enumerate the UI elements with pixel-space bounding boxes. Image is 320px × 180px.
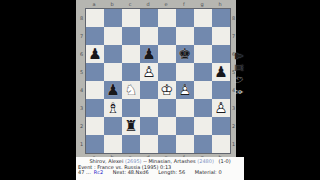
black-pawn-h5: ♟ <box>212 63 230 81</box>
square-f4: ♟♙ <box>176 81 194 99</box>
black-pawn-a6: ♟ <box>86 45 104 63</box>
square-c5 <box>122 63 140 81</box>
white-pawn-d5: ♟♙ <box>140 63 158 81</box>
square-e3 <box>158 99 176 117</box>
file-label-b-top: b <box>103 2 121 7</box>
last-move: Rc2 <box>94 169 103 175</box>
rank-label-4-left: 4 <box>79 81 84 99</box>
square-g3 <box>194 99 212 117</box>
white-bishop-b3: ♝♗ <box>104 99 122 117</box>
move-info-line: 47 ...Rc2 Next: 48.Nxd6 Length: 56 Mater… <box>76 170 244 176</box>
square-e2 <box>158 117 176 135</box>
file-label-c-top: c <box>121 2 139 7</box>
square-d6: ♟ <box>140 45 158 63</box>
square-d1 <box>140 135 158 153</box>
file-label-f-top: f <box>175 2 193 7</box>
square-f6: ♚ <box>176 45 194 63</box>
square-d5: ♟♙ <box>140 63 158 81</box>
square-a1 <box>86 135 104 153</box>
square-c6 <box>122 45 140 63</box>
black-pawn-d6: ♟ <box>140 45 158 63</box>
rank-label-7-right: 7 <box>231 27 236 45</box>
square-d2 <box>140 117 158 135</box>
square-b6 <box>104 45 122 63</box>
file-label-a-top: a <box>85 2 103 7</box>
white-knight-c4: ♞♘ <box>122 81 140 99</box>
rank-label-8-right: 8 <box>231 9 236 27</box>
square-g2 <box>194 117 212 135</box>
square-a2 <box>86 117 104 135</box>
square-c2: ♜ <box>122 117 140 135</box>
letterbox-right <box>244 0 320 180</box>
white-pawn-f4: ♟♙ <box>176 81 194 99</box>
rank-label-1-left: 1 <box>79 135 84 153</box>
square-b7 <box>104 27 122 45</box>
square-a5 <box>86 63 104 81</box>
square-c4: ♞♘ <box>122 81 140 99</box>
material-value: 0 <box>218 169 221 175</box>
square-h6 <box>212 45 230 63</box>
file-label-d-top: d <box>139 2 157 7</box>
square-e4: ♚♔ <box>158 81 176 99</box>
square-g1 <box>194 135 212 153</box>
white-pawn-h3: ♟♙ <box>212 99 230 117</box>
square-e1 <box>158 135 176 153</box>
square-h4 <box>212 81 230 99</box>
square-h2 <box>212 117 230 135</box>
square-g7 <box>194 27 212 45</box>
square-b1 <box>104 135 122 153</box>
square-f2 <box>176 117 194 135</box>
length-label: Length: <box>158 169 177 175</box>
square-d7 <box>140 27 158 45</box>
square-f8 <box>176 9 194 27</box>
square-h7 <box>212 27 230 45</box>
length-value: 56 <box>179 169 185 175</box>
black-rook-c2: ♜ <box>122 117 140 135</box>
square-g8 <box>194 9 212 27</box>
square-a8 <box>86 9 104 27</box>
square-a6: ♟ <box>86 45 104 63</box>
rank-label-6-left: 6 <box>79 45 84 63</box>
square-g5 <box>194 63 212 81</box>
rank-label-3-left: 3 <box>79 99 84 117</box>
square-h1 <box>212 135 230 153</box>
square-b8 <box>104 9 122 27</box>
rank-label-5-left: 5 <box>79 63 84 81</box>
square-a7 <box>86 27 104 45</box>
square-b5 <box>104 63 122 81</box>
square-e7 <box>158 27 176 45</box>
square-c3 <box>122 99 140 117</box>
square-f7 <box>176 27 194 45</box>
game-result: (1-0) <box>219 158 231 164</box>
material-tray: ♟♜♘♗ <box>231 50 245 98</box>
chess-diagram-panel: aabbccddeeffgghh8877665544332211 ♟♟♚♟♙♟♟… <box>76 0 244 180</box>
square-f5 <box>176 63 194 81</box>
square-d4 <box>140 81 158 99</box>
black-king-f6: ♚ <box>176 45 194 63</box>
square-a4 <box>86 81 104 99</box>
rank-label-7-left: 7 <box>79 27 84 45</box>
rank-label-8-left: 8 <box>79 9 84 27</box>
rank-label-2-right: 2 <box>231 117 236 135</box>
square-h8 <box>212 9 230 27</box>
square-e8 <box>158 9 176 27</box>
square-c1 <box>122 135 140 153</box>
square-h5: ♟ <box>212 63 230 81</box>
square-e5 <box>158 63 176 81</box>
square-b3: ♝♗ <box>104 99 122 117</box>
material-label: Material: <box>195 169 217 175</box>
square-f3 <box>176 99 194 117</box>
square-g6 <box>194 45 212 63</box>
next-move: 48.Nxd6 <box>128 169 149 175</box>
square-a3 <box>86 99 104 117</box>
square-e6 <box>158 45 176 63</box>
next-label: Next: <box>113 169 126 175</box>
square-g4 <box>194 81 212 99</box>
black-player-rating: (2480) <box>197 158 214 164</box>
square-d3 <box>140 99 158 117</box>
letterbox-left <box>0 0 76 180</box>
square-f1 <box>176 135 194 153</box>
file-label-e-top: e <box>157 2 175 7</box>
rank-label-1-right: 1 <box>231 135 236 153</box>
square-h3: ♟♙ <box>212 99 230 117</box>
square-b4: ♟ <box>104 81 122 99</box>
file-label-h-top: h <box>211 2 229 7</box>
rank-label-2-left: 2 <box>79 117 84 135</box>
move-number: 47 ... <box>78 169 91 175</box>
chess-board: ♟♟♚♟♙♟♟♞♘♚♔♟♙♝♗♟♙♜ <box>85 8 231 154</box>
video-frame: aabbccddeeffgghh8877665544332211 ♟♟♚♟♙♟♟… <box>0 0 320 180</box>
rank-label-3-right: 3 <box>231 99 236 117</box>
white-king-e4: ♚♔ <box>158 81 176 99</box>
file-label-g-top: g <box>193 2 211 7</box>
square-d8 <box>140 9 158 27</box>
caption-panel: Shirov, Alexei (2695) -- Minasian, Artas… <box>76 157 244 180</box>
black-pawn-b4: ♟ <box>104 81 122 99</box>
square-b2 <box>104 117 122 135</box>
square-c8 <box>122 9 140 27</box>
square-c7 <box>122 27 140 45</box>
tray-white-bishop-icon: ♗ <box>232 85 244 99</box>
